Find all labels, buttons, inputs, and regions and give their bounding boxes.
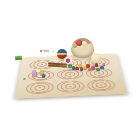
pompom-green-2[interactable] <box>96 68 100 72</box>
printed-title-smudge-2 <box>44 51 49 52</box>
natural-wooden-ball-in-bowl[interactable] <box>82 41 88 47</box>
printed-red-dot <box>40 50 42 52</box>
pompom-lavender-nest[interactable] <box>33 74 36 77</box>
printed-blue-dot <box>53 51 55 53</box>
pompom-blue-2[interactable] <box>100 66 104 70</box>
brand-logo-sticker <box>15 55 22 60</box>
white-cup-with-pink-pompom[interactable] <box>64 57 72 64</box>
printed-green-leaf <box>23 77 26 80</box>
product-photo-canvas <box>0 0 140 140</box>
tan-wooden-ball-in-bowl[interactable] <box>73 44 77 48</box>
